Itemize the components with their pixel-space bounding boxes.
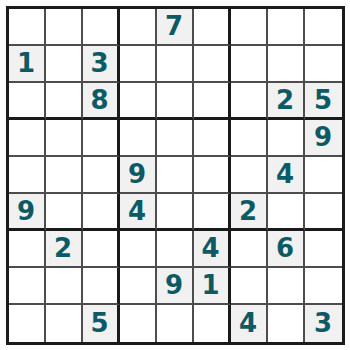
cell-r8c8[interactable] [268,268,305,305]
cell-r5c8[interactable]: 4 [268,157,305,194]
cell-r3c3[interactable]: 8 [83,83,120,120]
cell-r8c2[interactable] [46,268,83,305]
cell-r2c6[interactable] [194,46,231,83]
cell-r2c9[interactable] [305,46,342,83]
cell-r2c2[interactable] [46,46,83,83]
cell-r9c1[interactable] [9,305,46,342]
cell-r7c8[interactable]: 6 [268,231,305,268]
cell-r2c3[interactable]: 3 [83,46,120,83]
cell-r3c6[interactable] [194,83,231,120]
cell-r3c7[interactable] [231,83,268,120]
cell-r9c5[interactable] [157,305,194,342]
cell-r8c5[interactable]: 9 [157,268,194,305]
cell-r6c2[interactable] [46,194,83,231]
cell-r5c3[interactable] [83,157,120,194]
cell-r6c9[interactable] [305,194,342,231]
cell-r1c4[interactable] [120,9,157,46]
cell-r5c1[interactable] [9,157,46,194]
cell-r5c6[interactable] [194,157,231,194]
cell-r3c8[interactable]: 2 [268,83,305,120]
cell-r6c8[interactable] [268,194,305,231]
cell-r1c3[interactable] [83,9,120,46]
cell-r9c8[interactable] [268,305,305,342]
cell-r4c4[interactable] [120,120,157,157]
cell-r9c9[interactable]: 3 [305,305,342,342]
cell-r5c7[interactable] [231,157,268,194]
cell-r7c3[interactable] [83,231,120,268]
cell-r8c4[interactable] [120,268,157,305]
cell-r6c6[interactable] [194,194,231,231]
cell-r9c6[interactable] [194,305,231,342]
cell-r7c2[interactable]: 2 [46,231,83,268]
cell-r2c8[interactable] [268,46,305,83]
cell-r7c1[interactable] [9,231,46,268]
cell-r8c6[interactable]: 1 [194,268,231,305]
cell-r9c4[interactable] [120,305,157,342]
cell-r4c9[interactable]: 9 [305,120,342,157]
cell-r5c4[interactable]: 9 [120,157,157,194]
cell-r3c1[interactable] [9,83,46,120]
cell-r7c7[interactable] [231,231,268,268]
cell-r4c6[interactable] [194,120,231,157]
cell-r7c9[interactable] [305,231,342,268]
cell-r8c7[interactable] [231,268,268,305]
cell-r4c1[interactable] [9,120,46,157]
cell-r8c9[interactable] [305,268,342,305]
cell-r9c2[interactable] [46,305,83,342]
cell-r6c5[interactable] [157,194,194,231]
cell-r5c9[interactable] [305,157,342,194]
cell-r7c4[interactable] [120,231,157,268]
cell-r1c6[interactable] [194,9,231,46]
cell-r6c3[interactable] [83,194,120,231]
cell-r6c4[interactable]: 4 [120,194,157,231]
cell-r2c4[interactable] [120,46,157,83]
cell-r1c9[interactable] [305,9,342,46]
cell-r1c5[interactable]: 7 [157,9,194,46]
cell-r1c1[interactable] [9,9,46,46]
cell-r9c7[interactable]: 4 [231,305,268,342]
cell-r8c3[interactable] [83,268,120,305]
cell-r2c1[interactable]: 1 [9,46,46,83]
cell-r4c2[interactable] [46,120,83,157]
cell-r4c5[interactable] [157,120,194,157]
cell-r6c1[interactable]: 9 [9,194,46,231]
cell-r3c2[interactable] [46,83,83,120]
cell-r1c2[interactable] [46,9,83,46]
cell-r3c4[interactable] [120,83,157,120]
cell-r6c7[interactable]: 2 [231,194,268,231]
cell-r5c5[interactable] [157,157,194,194]
cell-r5c2[interactable] [46,157,83,194]
cell-r4c3[interactable] [83,120,120,157]
cell-r8c1[interactable] [9,268,46,305]
cell-r1c8[interactable] [268,9,305,46]
cell-r2c7[interactable] [231,46,268,83]
cell-r2c5[interactable] [157,46,194,83]
cell-r4c7[interactable] [231,120,268,157]
cell-r3c9[interactable]: 5 [305,83,342,120]
sudoku-board: 71382599494224691543 [6,6,345,345]
cell-r3c5[interactable] [157,83,194,120]
cell-r7c6[interactable]: 4 [194,231,231,268]
cell-r9c3[interactable]: 5 [83,305,120,342]
cell-r4c8[interactable] [268,120,305,157]
cell-r7c5[interactable] [157,231,194,268]
cell-r1c7[interactable] [231,9,268,46]
